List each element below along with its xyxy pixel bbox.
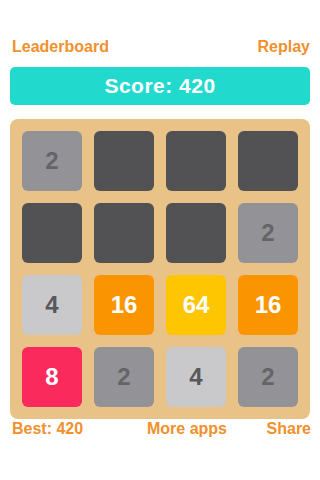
replay-button[interactable]: Replay (258, 38, 310, 56)
score-banner: Score: 420 (10, 67, 310, 105)
cell-r3c2-tile-16: 16 (94, 275, 154, 335)
app-screen: Leaderboard Replay Score: 420 2241664168… (0, 0, 320, 480)
cell-r3c1-tile-4: 4 (22, 275, 82, 335)
score-text: Score: 420 (104, 74, 215, 98)
cell-r1c4-empty (238, 131, 298, 191)
cell-r1c3-empty (166, 131, 226, 191)
cell-r4c3-tile-4: 4 (166, 347, 226, 407)
cell-r2c3-empty (166, 203, 226, 263)
more-apps-button[interactable]: More apps (147, 420, 227, 438)
cell-r2c1-empty (22, 203, 82, 263)
cell-r2c4-tile-2: 2 (238, 203, 298, 263)
leaderboard-button[interactable]: Leaderboard (12, 38, 109, 56)
cell-r1c2-empty (94, 131, 154, 191)
cell-r2c2-empty (94, 203, 154, 263)
cell-r3c3-tile-64: 64 (166, 275, 226, 335)
cell-r4c1-tile-8: 8 (22, 347, 82, 407)
game-board[interactable]: 2241664168242 (10, 119, 310, 419)
best-score-label: Best: 420 (12, 420, 83, 438)
cell-r3c4-tile-16: 16 (238, 275, 298, 335)
cell-r4c2-tile-2: 2 (94, 347, 154, 407)
cell-r1c1-tile-2: 2 (22, 131, 82, 191)
cell-r4c4-tile-2: 2 (238, 347, 298, 407)
share-button[interactable]: Share (267, 420, 311, 438)
